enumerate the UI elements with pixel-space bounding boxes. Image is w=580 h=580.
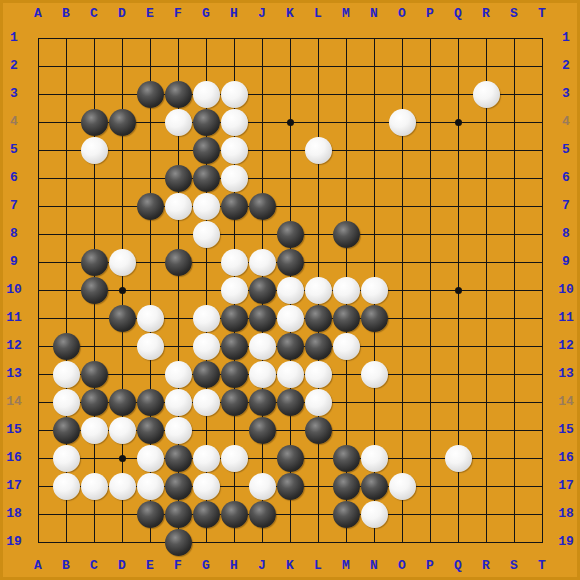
stone-black-l12[interactable] [305,333,332,360]
col-label-top-A: A [24,7,52,21]
row-label-left-6: 6 [0,164,28,192]
stone-black-k8[interactable] [277,221,304,248]
stone-white-l14[interactable] [305,389,332,416]
stone-white-m12[interactable] [333,333,360,360]
stone-white-b17[interactable] [53,473,80,500]
row-label-right-19: 19 [552,528,580,556]
stone-black-j10[interactable] [249,277,276,304]
stone-black-h12[interactable] [221,333,248,360]
stone-black-k17[interactable] [277,473,304,500]
col-label-top-R: R [472,7,500,21]
stone-black-f6[interactable] [165,165,192,192]
stone-white-e12[interactable] [137,333,164,360]
stone-black-e3[interactable] [137,81,164,108]
col-label-top-J: J [248,7,276,21]
stone-black-n11[interactable] [361,305,388,332]
col-label-bottom-H: H [220,559,248,573]
go-board[interactable]: AABBCCDDEEFFGGHHJJKKLLMMNNOOPPQQRRSSTT11… [0,0,580,580]
col-label-bottom-E: E [136,559,164,573]
row-label-left-2: 2 [0,52,28,80]
stone-black-l15[interactable] [305,417,332,444]
stone-black-g6[interactable] [193,165,220,192]
stone-black-k16[interactable] [277,445,304,472]
stone-black-k9[interactable] [277,249,304,276]
stone-white-e17[interactable] [137,473,164,500]
stone-white-d15[interactable] [109,417,136,444]
stone-white-o4[interactable] [389,109,416,136]
stone-white-g11[interactable] [193,305,220,332]
col-label-bottom-A: A [24,559,52,573]
row-label-right-16: 16 [552,444,580,472]
stone-white-h6[interactable] [221,165,248,192]
col-label-top-K: K [276,7,304,21]
stone-black-e15[interactable] [137,417,164,444]
col-label-top-P: P [416,7,444,21]
col-label-bottom-Q: Q [444,559,472,573]
col-label-top-M: M [332,7,360,21]
stone-white-j17[interactable] [249,473,276,500]
hoshi-point-d10 [119,287,126,294]
stone-white-c5[interactable] [81,137,108,164]
stone-white-j12[interactable] [249,333,276,360]
stone-white-h10[interactable] [221,277,248,304]
col-label-bottom-K: K [276,559,304,573]
stone-black-f3[interactable] [165,81,192,108]
stone-white-g7[interactable] [193,193,220,220]
col-label-top-L: L [304,7,332,21]
stone-black-k12[interactable] [277,333,304,360]
stone-white-l13[interactable] [305,361,332,388]
stone-white-h4[interactable] [221,109,248,136]
row-label-left-12: 12 [0,332,28,360]
row-label-right-17: 17 [552,472,580,500]
row-label-right-3: 3 [552,80,580,108]
stone-black-e18[interactable] [137,501,164,528]
row-label-left-11: 11 [0,304,28,332]
col-label-bottom-G: G [192,559,220,573]
stone-white-h9[interactable] [221,249,248,276]
stone-black-d4[interactable] [109,109,136,136]
hoshi-point-k4 [287,119,294,126]
col-label-bottom-O: O [388,559,416,573]
stone-white-g17[interactable] [193,473,220,500]
stone-white-m10[interactable] [333,277,360,304]
stone-black-j7[interactable] [249,193,276,220]
stone-black-c10[interactable] [81,277,108,304]
row-label-right-15: 15 [552,416,580,444]
stone-white-g12[interactable] [193,333,220,360]
stone-black-m18[interactable] [333,501,360,528]
row-label-left-19: 19 [0,528,28,556]
stone-black-j11[interactable] [249,305,276,332]
stone-white-f14[interactable] [165,389,192,416]
hoshi-point-q10 [455,287,462,294]
stone-white-b13[interactable] [53,361,80,388]
stone-white-n10[interactable] [361,277,388,304]
col-label-bottom-C: C [80,559,108,573]
stone-black-f16[interactable] [165,445,192,472]
col-label-top-T: T [528,7,556,21]
stone-white-n13[interactable] [361,361,388,388]
stone-white-b14[interactable] [53,389,80,416]
row-label-right-1: 1 [552,24,580,52]
col-label-bottom-P: P [416,559,444,573]
stone-white-h3[interactable] [221,81,248,108]
row-label-right-13: 13 [552,360,580,388]
row-label-right-18: 18 [552,500,580,528]
stone-black-g13[interactable] [193,361,220,388]
col-label-top-Q: Q [444,7,472,21]
row-label-left-4: 4 [0,108,28,136]
row-label-right-2: 2 [552,52,580,80]
col-label-top-G: G [192,7,220,21]
stone-black-c13[interactable] [81,361,108,388]
col-label-bottom-L: L [304,559,332,573]
row-label-right-9: 9 [552,248,580,276]
stone-black-c9[interactable] [81,249,108,276]
stone-black-b15[interactable] [53,417,80,444]
stone-white-n16[interactable] [361,445,388,472]
stone-white-d17[interactable] [109,473,136,500]
stone-white-j9[interactable] [249,249,276,276]
col-label-bottom-J: J [248,559,276,573]
row-label-right-10: 10 [552,276,580,304]
row-label-right-12: 12 [552,332,580,360]
stone-white-h16[interactable] [221,445,248,472]
row-label-left-3: 3 [0,80,28,108]
stone-white-r3[interactable] [473,81,500,108]
col-label-top-O: O [388,7,416,21]
stone-black-h11[interactable] [221,305,248,332]
stone-white-j13[interactable] [249,361,276,388]
stone-white-o17[interactable] [389,473,416,500]
stone-black-c14[interactable] [81,389,108,416]
stone-white-c15[interactable] [81,417,108,444]
col-label-bottom-B: B [52,559,80,573]
stone-white-h5[interactable] [221,137,248,164]
stone-black-f17[interactable] [165,473,192,500]
stone-black-e14[interactable] [137,389,164,416]
col-label-bottom-D: D [108,559,136,573]
row-label-left-7: 7 [0,192,28,220]
col-label-top-H: H [220,7,248,21]
stone-white-e16[interactable] [137,445,164,472]
stone-black-d11[interactable] [109,305,136,332]
col-label-top-B: B [52,7,80,21]
row-label-left-17: 17 [0,472,28,500]
stone-black-j15[interactable] [249,417,276,444]
stone-black-m16[interactable] [333,445,360,472]
col-label-top-N: N [360,7,388,21]
row-label-left-15: 15 [0,416,28,444]
col-label-top-E: E [136,7,164,21]
stone-white-f13[interactable] [165,361,192,388]
col-label-top-F: F [164,7,192,21]
stone-white-g8[interactable] [193,221,220,248]
hoshi-point-q4 [455,119,462,126]
stone-black-h14[interactable] [221,389,248,416]
row-label-left-18: 18 [0,500,28,528]
stone-white-g14[interactable] [193,389,220,416]
stone-black-m8[interactable] [333,221,360,248]
stone-black-b12[interactable] [53,333,80,360]
row-label-left-13: 13 [0,360,28,388]
row-label-left-9: 9 [0,248,28,276]
stone-black-g18[interactable] [193,501,220,528]
stone-white-f7[interactable] [165,193,192,220]
stone-black-h7[interactable] [221,193,248,220]
col-label-bottom-N: N [360,559,388,573]
stone-black-h13[interactable] [221,361,248,388]
stone-black-k14[interactable] [277,389,304,416]
stone-black-g4[interactable] [193,109,220,136]
row-label-left-16: 16 [0,444,28,472]
row-label-right-5: 5 [552,136,580,164]
row-label-left-8: 8 [0,220,28,248]
stone-black-m17[interactable] [333,473,360,500]
col-label-bottom-M: M [332,559,360,573]
stone-white-d9[interactable] [109,249,136,276]
stone-black-j18[interactable] [249,501,276,528]
row-label-right-8: 8 [552,220,580,248]
row-label-left-5: 5 [0,136,28,164]
stone-black-c4[interactable] [81,109,108,136]
stone-black-f19[interactable] [165,529,192,556]
stone-black-f18[interactable] [165,501,192,528]
row-label-right-6: 6 [552,164,580,192]
col-label-bottom-R: R [472,559,500,573]
row-label-right-14: 14 [552,388,580,416]
col-label-top-D: D [108,7,136,21]
stone-black-j14[interactable] [249,389,276,416]
stone-black-e7[interactable] [137,193,164,220]
stone-black-m11[interactable] [333,305,360,332]
stone-white-b16[interactable] [53,445,80,472]
hoshi-point-d16 [119,455,126,462]
row-label-left-10: 10 [0,276,28,304]
stone-white-n18[interactable] [361,501,388,528]
row-label-right-7: 7 [552,192,580,220]
stone-white-q16[interactable] [445,445,472,472]
stone-white-f4[interactable] [165,109,192,136]
row-label-right-4: 4 [552,108,580,136]
stone-black-l11[interactable] [305,305,332,332]
row-label-right-11: 11 [552,304,580,332]
stone-white-e11[interactable] [137,305,164,332]
stone-white-c17[interactable] [81,473,108,500]
stone-white-k13[interactable] [277,361,304,388]
stone-white-k11[interactable] [277,305,304,332]
stone-black-h18[interactable] [221,501,248,528]
stone-black-f9[interactable] [165,249,192,276]
stone-white-k10[interactable] [277,277,304,304]
stone-white-l5[interactable] [305,137,332,164]
col-label-top-S: S [500,7,528,21]
col-label-bottom-F: F [164,559,192,573]
row-label-left-1: 1 [0,24,28,52]
stone-black-d14[interactable] [109,389,136,416]
row-label-left-14: 14 [0,388,28,416]
stone-white-g3[interactable] [193,81,220,108]
col-label-bottom-T: T [528,559,556,573]
stone-white-l10[interactable] [305,277,332,304]
stone-white-f15[interactable] [165,417,192,444]
stone-white-g16[interactable] [193,445,220,472]
stone-black-n17[interactable] [361,473,388,500]
col-label-bottom-S: S [500,559,528,573]
stone-black-g5[interactable] [193,137,220,164]
col-label-top-C: C [80,7,108,21]
